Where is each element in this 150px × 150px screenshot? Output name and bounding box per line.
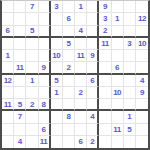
- cell-r6c8-empty[interactable]: [87, 62, 99, 74]
- cell-r6c12-empty[interactable]: [136, 62, 148, 74]
- cell-r8c1-empty[interactable]: [2, 87, 14, 99]
- cell-r4c6-given[interactable]: 5: [63, 38, 75, 50]
- cell-r2c4-empty[interactable]: [39, 13, 51, 25]
- cell-r12c3-empty[interactable]: [26, 136, 38, 148]
- cell-r6c3-empty[interactable]: [26, 62, 38, 74]
- cell-r8c7-given[interactable]: 2: [75, 87, 87, 99]
- cell-r6c7-empty[interactable]: [75, 62, 87, 74]
- cell-r6c1-empty[interactable]: [2, 62, 14, 74]
- cell-r4c5-empty[interactable]: [51, 38, 63, 50]
- cell-r8c9-empty[interactable]: [99, 87, 111, 99]
- cell-r3c7-given[interactable]: 4: [75, 26, 87, 38]
- cell-r8c5-given[interactable]: 1: [51, 87, 63, 99]
- cell-r11c7-empty[interactable]: [75, 124, 87, 136]
- cell-r3c11-empty[interactable]: [124, 26, 136, 38]
- cell-r4c11-given[interactable]: 3: [124, 38, 136, 50]
- cell-r12c4-given[interactable]: 11: [39, 136, 51, 148]
- cell-r1c11-empty[interactable]: [124, 1, 136, 13]
- cell-r9c4-given[interactable]: 8: [39, 99, 51, 111]
- cell-r12c7-given[interactable]: 6: [75, 136, 87, 148]
- cell-r11c2-empty[interactable]: [14, 124, 26, 136]
- cell-r11c1-empty[interactable]: [2, 124, 14, 136]
- cell-r5c4-empty[interactable]: [39, 50, 51, 62]
- cell-r10c8-given[interactable]: 4: [87, 111, 99, 123]
- cell-r9c5-empty[interactable]: [51, 99, 63, 111]
- cell-r12c8-given[interactable]: 2: [87, 136, 99, 148]
- cell-r12c11-empty[interactable]: [124, 136, 136, 148]
- cell-r4c3-empty[interactable]: [26, 38, 38, 50]
- cell-r7c7-empty[interactable]: [75, 75, 87, 87]
- cell-r12c12-empty[interactable]: [136, 136, 148, 148]
- cell-r6c10-given[interactable]: 6: [112, 62, 124, 74]
- cell-r8c2-empty[interactable]: [14, 87, 26, 99]
- cell-r7c12-given[interactable]: 4: [136, 75, 148, 87]
- cell-r2c9-given[interactable]: 3: [99, 13, 111, 25]
- cell-r6c11-empty[interactable]: [124, 62, 136, 74]
- cell-r10c3-empty[interactable]: [26, 111, 38, 123]
- cell-r5c11-empty[interactable]: [124, 50, 136, 62]
- cell-r3c5-empty[interactable]: [51, 26, 63, 38]
- cell-r11c10-given[interactable]: 11: [112, 124, 124, 136]
- cell-r1c1-empty[interactable]: [2, 1, 14, 13]
- cell-r5c7-given[interactable]: 11: [75, 50, 87, 62]
- cell-r1c12-empty[interactable]: [136, 1, 148, 13]
- cell-r3c12-empty[interactable]: [136, 26, 148, 38]
- cell-r11c8-empty[interactable]: [87, 124, 99, 136]
- cell-r4c8-empty[interactable]: [87, 38, 99, 50]
- cell-r9c1-given[interactable]: 11: [2, 99, 14, 111]
- cell-r1c5-given[interactable]: 3: [51, 1, 63, 13]
- cell-r4c1-empty[interactable]: [2, 38, 14, 50]
- cell-r9c11-empty[interactable]: [124, 99, 136, 111]
- cell-r10c11-given[interactable]: 1: [124, 111, 136, 123]
- cell-r7c11-empty[interactable]: [124, 75, 136, 87]
- cell-r4c9-given[interactable]: 11: [99, 38, 111, 50]
- cell-r7c6-empty[interactable]: [63, 75, 75, 87]
- cell-r2c1-empty[interactable]: [2, 13, 14, 25]
- cell-r6c9-empty[interactable]: [99, 62, 111, 74]
- cell-r6c5-empty[interactable]: [51, 62, 63, 74]
- cell-r12c2-given[interactable]: 4: [14, 136, 26, 148]
- cell-r5c2-empty[interactable]: [14, 50, 26, 62]
- cell-r1c3-given[interactable]: 7: [26, 1, 38, 13]
- cell-r10c6-given[interactable]: 8: [63, 111, 75, 123]
- cell-r4c4-empty[interactable]: [39, 38, 51, 50]
- cell-r11c3-empty[interactable]: [26, 124, 38, 136]
- cell-r11c12-empty[interactable]: [136, 124, 148, 136]
- cell-r10c1-empty[interactable]: [2, 111, 14, 123]
- cell-r12c10-empty[interactable]: [112, 136, 124, 148]
- cell-r1c10-empty[interactable]: [112, 1, 124, 13]
- cell-r5c10-empty[interactable]: [112, 50, 124, 62]
- cell-r10c9-empty[interactable]: [99, 111, 111, 123]
- cell-r11c11-given[interactable]: 5: [124, 124, 136, 136]
- cell-r7c3-given[interactable]: 1: [26, 75, 38, 87]
- cell-r6c6-given[interactable]: 2: [63, 62, 75, 74]
- cell-r1c6-empty[interactable]: [63, 1, 75, 13]
- cell-r3c6-empty[interactable]: [63, 26, 75, 38]
- cell-r9c8-empty[interactable]: [87, 99, 99, 111]
- cell-r6c4-given[interactable]: 9: [39, 62, 51, 74]
- cell-r3c9-given[interactable]: 2: [99, 26, 111, 38]
- cell-r2c2-empty[interactable]: [14, 13, 26, 25]
- cell-r10c12-empty[interactable]: [136, 111, 148, 123]
- cell-r9c12-empty[interactable]: [136, 99, 148, 111]
- cell-r7c4-empty[interactable]: [39, 75, 51, 87]
- cell-r3c4-empty[interactable]: [39, 26, 51, 38]
- cell-r10c7-empty[interactable]: [75, 111, 87, 123]
- cell-r1c9-given[interactable]: 9: [99, 1, 111, 13]
- cell-r7c8-given[interactable]: 6: [87, 75, 99, 87]
- cell-r12c9-empty[interactable]: [99, 136, 111, 148]
- cell-r1c8-empty[interactable]: [87, 1, 99, 13]
- cell-r12c6-empty[interactable]: [63, 136, 75, 148]
- cell-r3c8-empty[interactable]: [87, 26, 99, 38]
- cell-r4c10-empty[interactable]: [112, 38, 124, 50]
- cell-r11c5-empty[interactable]: [51, 124, 63, 136]
- cell-r10c4-empty[interactable]: [39, 111, 51, 123]
- cell-r10c5-empty[interactable]: [51, 111, 63, 123]
- sudoku-board: 7319631126542511310110119119261215641210…: [0, 0, 150, 150]
- cell-r7c5-given[interactable]: 5: [51, 75, 63, 87]
- cell-r2c3-empty[interactable]: [26, 13, 38, 25]
- cell-r1c4-empty[interactable]: [39, 1, 51, 13]
- cell-r12c1-empty[interactable]: [2, 136, 14, 148]
- cell-r11c6-empty[interactable]: [63, 124, 75, 136]
- cell-r4c2-empty[interactable]: [14, 38, 26, 50]
- cell-r2c7-empty[interactable]: [75, 13, 87, 25]
- cell-r2c12-given[interactable]: 12: [136, 13, 148, 25]
- cell-r12c5-empty[interactable]: [51, 136, 63, 148]
- cell-r2c6-given[interactable]: 6: [63, 13, 75, 25]
- cell-r7c2-empty[interactable]: [14, 75, 26, 87]
- cell-r2c11-empty[interactable]: [124, 13, 136, 25]
- cell-r2c10-given[interactable]: 1: [112, 13, 124, 25]
- cell-r10c10-empty[interactable]: [112, 111, 124, 123]
- cell-r5c3-empty[interactable]: [26, 50, 38, 62]
- cell-r3c2-empty[interactable]: [14, 26, 26, 38]
- cell-r7c1-given[interactable]: 12: [2, 75, 14, 87]
- cell-r8c10-given[interactable]: 10: [112, 87, 124, 99]
- cell-r9c7-empty[interactable]: [75, 99, 87, 111]
- cell-r3c3-given[interactable]: 5: [26, 26, 38, 38]
- cell-r5c5-given[interactable]: 10: [51, 50, 63, 62]
- cell-r3c10-empty[interactable]: [112, 26, 124, 38]
- cell-r11c9-empty[interactable]: [99, 124, 111, 136]
- cell-r8c6-empty[interactable]: [63, 87, 75, 99]
- cell-r6c2-given[interactable]: 11: [14, 62, 26, 74]
- cell-r2c5-empty[interactable]: [51, 13, 63, 25]
- cell-r8c4-empty[interactable]: [39, 87, 51, 99]
- cell-r10c2-given[interactable]: 7: [14, 111, 26, 123]
- cell-r8c3-empty[interactable]: [26, 87, 38, 99]
- cell-r2c8-empty[interactable]: [87, 13, 99, 25]
- cell-r8c12-given[interactable]: 9: [136, 87, 148, 99]
- cell-r1c2-empty[interactable]: [14, 1, 26, 13]
- cell-r9c6-empty[interactable]: [63, 99, 75, 111]
- cell-r8c11-empty[interactable]: [124, 87, 136, 99]
- cell-r4c7-empty[interactable]: [75, 38, 87, 50]
- cell-r5c8-given[interactable]: 9: [87, 50, 99, 62]
- cell-r9c9-empty[interactable]: [99, 99, 111, 111]
- cell-r7c9-empty[interactable]: [99, 75, 111, 87]
- cell-r3c1-given[interactable]: 6: [2, 26, 14, 38]
- cell-r11c4-given[interactable]: 6: [39, 124, 51, 136]
- cell-r1c7-given[interactable]: 1: [75, 1, 87, 13]
- cell-r8c8-empty[interactable]: [87, 87, 99, 99]
- cell-r9c2-given[interactable]: 5: [14, 99, 26, 111]
- cell-r4c12-given[interactable]: 10: [136, 38, 148, 50]
- cell-r5c1-given[interactable]: 1: [2, 50, 14, 62]
- cell-r9c10-empty[interactable]: [112, 99, 124, 111]
- cell-r5c9-empty[interactable]: [99, 50, 111, 62]
- cell-r5c12-empty[interactable]: [136, 50, 148, 62]
- cell-r5c6-empty[interactable]: [63, 50, 75, 62]
- cell-r7c10-empty[interactable]: [112, 75, 124, 87]
- cell-r9c3-given[interactable]: 2: [26, 99, 38, 111]
